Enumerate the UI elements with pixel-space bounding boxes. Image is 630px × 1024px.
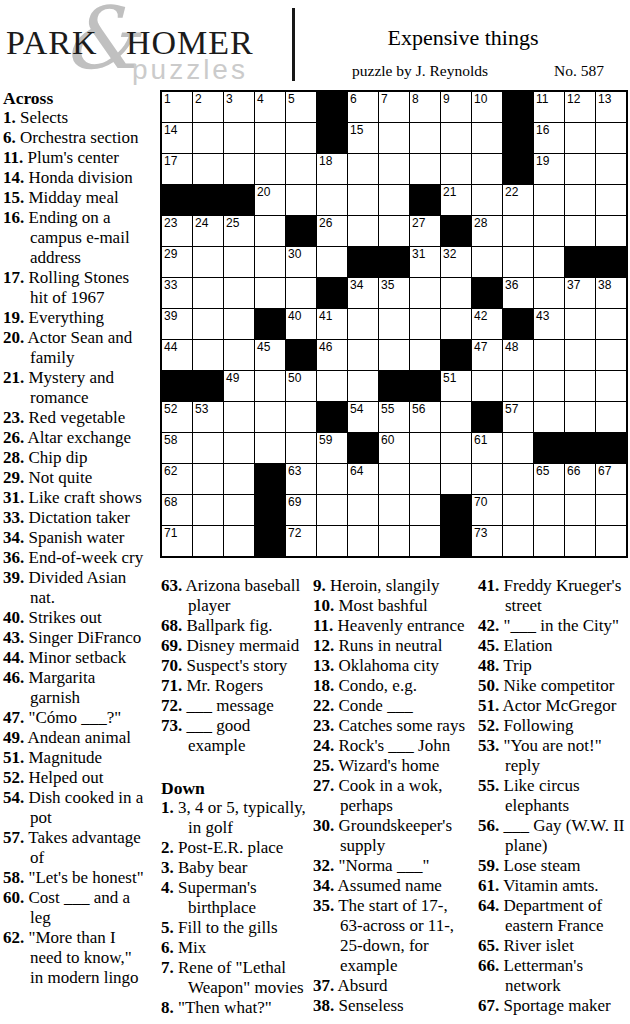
grid-cell-r5c8[interactable]: [379, 216, 409, 246]
grid-cell-r7c8[interactable]: 35: [379, 278, 409, 308]
grid-cell-r9c1[interactable]: 44: [162, 340, 192, 370]
grid-cell-r10c3[interactable]: 49: [224, 371, 254, 401]
grid-cell-r13c6[interactable]: [317, 464, 347, 494]
grid-cell-r2c9[interactable]: [410, 123, 440, 153]
grid-cell-r3c2[interactable]: [193, 154, 223, 184]
clue-across-46: 46. Margarita garnish: [3, 668, 146, 708]
grid-cell-r7c13[interactable]: [534, 278, 564, 308]
grid-cell-r8c7[interactable]: [348, 309, 378, 339]
cell-number: 70: [474, 496, 487, 508]
grid-cell-r14c13[interactable]: [534, 495, 564, 525]
grid-cell-r10c10[interactable]: 51: [441, 371, 471, 401]
grid-cell-r9c3[interactable]: [224, 340, 254, 370]
grid-cell-r13c5[interactable]: 63: [286, 464, 316, 494]
grid-cell-r15c13[interactable]: [534, 526, 564, 556]
clue-across-29: 29. Not quite: [3, 468, 146, 488]
clue-across-16: 16. Ending on a campus e-mail address: [3, 208, 146, 268]
grid-cell-r6c1[interactable]: 29: [162, 247, 192, 277]
grid-cell-r10c7[interactable]: [348, 371, 378, 401]
cell-number: 18: [319, 155, 332, 167]
grid-cell-r11c12[interactable]: 57: [503, 402, 533, 432]
clue-across-20: 20. Actor Sean and family: [3, 328, 146, 368]
grid-cell-r14c3[interactable]: [224, 495, 254, 525]
clue-across-72: 72. ___ message: [161, 696, 307, 716]
grid-cell-r7c9[interactable]: [410, 278, 440, 308]
clue-across-23: 23. Red vegetable: [3, 408, 146, 428]
grid-cell-r6c9[interactable]: 31: [410, 247, 440, 277]
grid-cell-r15c5[interactable]: 72: [286, 526, 316, 556]
clue-down-42: 42. "___ in the City": [478, 616, 628, 636]
grid-cell-r12c2[interactable]: [193, 433, 223, 463]
grid-cell-r2c8[interactable]: [379, 123, 409, 153]
black-cell-r4c2: [193, 185, 223, 215]
grid-cell-r10c15[interactable]: [596, 371, 626, 401]
black-cell-r11c11: [472, 402, 502, 432]
grid-cell-r15c2[interactable]: [193, 526, 223, 556]
clue-down-13: 13. Oklahoma city: [313, 656, 469, 676]
grid-cell-r9c13[interactable]: [534, 340, 564, 370]
cell-number: 55: [381, 403, 394, 415]
clue-down-66: 66. Letterman's network: [478, 956, 628, 996]
clue-down-51: 51. Actor McGregor: [478, 696, 628, 716]
grid-cell-r12c12[interactable]: [503, 433, 533, 463]
clue-down-30: 30. Groundskeeper's supply: [313, 816, 469, 856]
grid-cell-r2c1[interactable]: 14: [162, 123, 192, 153]
down-heading: Down: [161, 778, 307, 798]
grid-cell-r12c4[interactable]: [255, 433, 285, 463]
cell-number: 44: [164, 341, 177, 353]
grid-cell-r12c11[interactable]: 61: [472, 433, 502, 463]
grid-cell-r8c6[interactable]: 41: [317, 309, 347, 339]
cell-number: 48: [505, 341, 518, 353]
black-cell-r8c4: [255, 309, 285, 339]
grid-cell-r15c15[interactable]: [596, 526, 626, 556]
grid-cell-r3c11[interactable]: [472, 154, 502, 184]
grid-cell-r7c5[interactable]: [286, 278, 316, 308]
grid-cell-r9c6[interactable]: 46: [317, 340, 347, 370]
grid-cell-r14c9[interactable]: [410, 495, 440, 525]
grid-cell-r5c12[interactable]: [503, 216, 533, 246]
grid-cell-r6c10[interactable]: 32: [441, 247, 471, 277]
grid-cell-r11c4[interactable]: [255, 402, 285, 432]
black-cell-r9c10: [441, 340, 471, 370]
grid-cell-r8c13[interactable]: 43: [534, 309, 564, 339]
grid-cell-r9c11[interactable]: 47: [472, 340, 502, 370]
grid-cell-r5c1[interactable]: 23: [162, 216, 192, 246]
grid-cell-r1c5[interactable]: 5: [286, 92, 316, 122]
grid-cell-r5c9[interactable]: 27: [410, 216, 440, 246]
grid-cell-r5c15[interactable]: [596, 216, 626, 246]
grid-cell-r2c7[interactable]: 15: [348, 123, 378, 153]
grid-cell-r8c8[interactable]: [379, 309, 409, 339]
grid-cell-r6c6[interactable]: [317, 247, 347, 277]
grid-cell-r1c1[interactable]: 1: [162, 92, 192, 122]
grid-cell-r11c3[interactable]: [224, 402, 254, 432]
grid-cell-r13c12[interactable]: [503, 464, 533, 494]
grid-cell-r8c14[interactable]: [565, 309, 595, 339]
cell-number: 58: [164, 434, 177, 446]
cell-number: 1: [164, 93, 171, 105]
clue-across-40: 40. Strikes out: [3, 608, 146, 628]
grid-cell-r13c7[interactable]: 64: [348, 464, 378, 494]
black-cell-r10c8: [379, 371, 409, 401]
cell-number: 72: [288, 527, 301, 539]
black-cell-r12c7: [348, 433, 378, 463]
cell-number: 4: [257, 93, 264, 105]
grid-cell-r1c13[interactable]: 11: [534, 92, 564, 122]
black-cell-r4c9: [410, 185, 440, 215]
cell-number: 9: [443, 93, 450, 105]
grid-cell-r13c3[interactable]: [224, 464, 254, 494]
black-cell-r8c12: [503, 309, 533, 339]
grid-cell-r8c1[interactable]: 39: [162, 309, 192, 339]
clue-across-57: 57. Takes advantage of: [3, 828, 146, 868]
grid-cell-r12c10[interactable]: [441, 433, 471, 463]
grid-cell-r7c10[interactable]: [441, 278, 471, 308]
grid-cell-r2c3[interactable]: [224, 123, 254, 153]
grid-cell-r2c11[interactable]: [472, 123, 502, 153]
grid-cell-r9c4[interactable]: 45: [255, 340, 285, 370]
across-clues-column: Across1. Selects6. Orchestra section11. …: [3, 88, 146, 988]
black-cell-r12c14: [565, 433, 595, 463]
grid-cell-r15c11[interactable]: 73: [472, 526, 502, 556]
black-cell-r3c12: [503, 154, 533, 184]
grid-cell-r11c8[interactable]: 55: [379, 402, 409, 432]
grid-cell-r9c12[interactable]: 48: [503, 340, 533, 370]
clue-down-65: 65. River islet: [478, 936, 628, 956]
grid-cell-r11c15[interactable]: [596, 402, 626, 432]
cell-number: 28: [474, 217, 487, 229]
black-cell-r6c15: [596, 247, 626, 277]
grid-cell-r13c8[interactable]: [379, 464, 409, 494]
cell-number: 51: [443, 372, 456, 384]
grid-cell-r3c4[interactable]: [255, 154, 285, 184]
grid-cell-r13c15[interactable]: 67: [596, 464, 626, 494]
cell-number: 8: [412, 93, 419, 105]
black-cell-r12c15: [596, 433, 626, 463]
clue-down-4: 4. Superman's birthplace: [161, 878, 307, 918]
grid-cell-r7c3[interactable]: [224, 278, 254, 308]
grid-cell-r14c5[interactable]: 69: [286, 495, 316, 525]
grid-cell-r3c10[interactable]: [441, 154, 471, 184]
clue-across-71: 71. Mr. Rogers: [161, 676, 307, 696]
grid-cell-r15c14[interactable]: [565, 526, 595, 556]
grid-cell-r14c11[interactable]: 70: [472, 495, 502, 525]
grid-cell-r6c13[interactable]: [534, 247, 564, 277]
cell-number: 33: [164, 279, 177, 291]
grid-cell-r15c9[interactable]: [410, 526, 440, 556]
clue-across-54: 54. Dish cooked in a pot: [3, 788, 146, 828]
clue-down-10: 10. Most bashful: [313, 596, 469, 616]
clue-down-11: 11. Heavenly entrance: [313, 616, 469, 636]
cell-number: 38: [598, 279, 611, 291]
clue-across-33: 33. Dictation taker: [3, 508, 146, 528]
cell-number: 73: [474, 527, 487, 539]
cell-number: 39: [164, 310, 177, 322]
grid-cell-r10c4[interactable]: [255, 371, 285, 401]
cell-number: 71: [164, 527, 177, 539]
grid-cell-r1c7[interactable]: 6: [348, 92, 378, 122]
grid-cell-r3c13[interactable]: 19: [534, 154, 564, 184]
grid-cell-r12c8[interactable]: 60: [379, 433, 409, 463]
black-cell-r9c5: [286, 340, 316, 370]
header-divider: [292, 8, 295, 81]
grid-cell-r3c14[interactable]: [565, 154, 595, 184]
grid-cell-r14c7[interactable]: [348, 495, 378, 525]
grid-cell-r9c7[interactable]: [348, 340, 378, 370]
grid-cell-r4c11[interactable]: [472, 185, 502, 215]
clue-across-6: 6. Orchestra section: [3, 128, 146, 148]
grid-cell-r14c8[interactable]: [379, 495, 409, 525]
grid-cell-r13c11[interactable]: [472, 464, 502, 494]
grid-cell-r3c9[interactable]: [410, 154, 440, 184]
grid-cell-r2c10[interactable]: [441, 123, 471, 153]
clue-down-52: 52. Following: [478, 716, 628, 736]
grid-cell-r8c2[interactable]: [193, 309, 223, 339]
grid-cell-r13c1[interactable]: 62: [162, 464, 192, 494]
clue-down-67: 67. Sportage maker: [478, 996, 628, 1016]
cell-number: 24: [195, 217, 208, 229]
grid-cell-r14c12[interactable]: [503, 495, 533, 525]
grid-cell-r10c11[interactable]: [472, 371, 502, 401]
grid-cell-r9c14[interactable]: [565, 340, 595, 370]
grid-cell-r5c3[interactable]: 25: [224, 216, 254, 246]
grid-cell-r7c14[interactable]: 37: [565, 278, 595, 308]
clue-down-18: 18. Condo, e.g.: [313, 676, 469, 696]
grid-cell-r10c12[interactable]: [503, 371, 533, 401]
grid-cell-r6c11[interactable]: [472, 247, 502, 277]
grid-cell-r11c14[interactable]: [565, 402, 595, 432]
grid-cell-r7c4[interactable]: [255, 278, 285, 308]
grid-cell-r8c5[interactable]: 40: [286, 309, 316, 339]
grid-cell-r7c2[interactable]: [193, 278, 223, 308]
grid-cell-r5c6[interactable]: 26: [317, 216, 347, 246]
grid-cell-r1c11[interactable]: 10: [472, 92, 502, 122]
grid-cell-r3c15[interactable]: [596, 154, 626, 184]
clue-down-41: 41. Freddy Krueger's street: [478, 576, 628, 616]
grid-cell-r10c6[interactable]: [317, 371, 347, 401]
grid-cell-r6c4[interactable]: [255, 247, 285, 277]
grid-cell-r1c8[interactable]: 7: [379, 92, 409, 122]
grid-cell-r6c5[interactable]: 30: [286, 247, 316, 277]
grid-cell-r7c12[interactable]: 36: [503, 278, 533, 308]
grid-cell-r9c9[interactable]: [410, 340, 440, 370]
clue-down-37: 37. Absurd: [313, 976, 469, 996]
cell-number: 3: [226, 93, 233, 105]
black-cell-r7c6: [317, 278, 347, 308]
clue-down-22: 22. Conde ___: [313, 696, 469, 716]
grid-cell-r4c8[interactable]: [379, 185, 409, 215]
grid-cell-r1c3[interactable]: 3: [224, 92, 254, 122]
grid-cell-r13c10[interactable]: [441, 464, 471, 494]
grid-cell-r11c13[interactable]: [534, 402, 564, 432]
grid-cell-r5c13[interactable]: [534, 216, 564, 246]
cell-number: 66: [567, 465, 580, 477]
black-cell-r14c10: [441, 495, 471, 525]
clues-column-2: 63. Arizona baseball player68. Ballpark …: [161, 576, 307, 1018]
grid-cell-r13c9[interactable]: [410, 464, 440, 494]
clue-down-35: 35. The start of 17-, 63-across or 11-, …: [313, 896, 469, 976]
grid-cell-r11c2[interactable]: 53: [193, 402, 223, 432]
grid-cell-r11c1[interactable]: 52: [162, 402, 192, 432]
clue-across-70: 70. Suspect's story: [161, 656, 307, 676]
grid-cell-r12c9[interactable]: [410, 433, 440, 463]
grid-cell-r9c8[interactable]: [379, 340, 409, 370]
grid-cell-r4c14[interactable]: [565, 185, 595, 215]
brand-park-text: PARK: [6, 24, 98, 62]
title-block: Expensive things puzzle by J. Reynolds N…: [296, 0, 630, 88]
grid-cell-r14c15[interactable]: [596, 495, 626, 525]
grid-cell-r4c13[interactable]: [534, 185, 564, 215]
cell-number: 14: [164, 124, 177, 136]
grid-cell-r10c14[interactable]: [565, 371, 595, 401]
black-cell-r11c6: [317, 402, 347, 432]
grid-cell-r2c14[interactable]: [565, 123, 595, 153]
grid-cell-r5c7[interactable]: [348, 216, 378, 246]
grid-cell-r11c9[interactable]: 56: [410, 402, 440, 432]
grid-cell-r2c2[interactable]: [193, 123, 223, 153]
cell-number: 20: [257, 186, 270, 198]
grid-cell-r2c5[interactable]: [286, 123, 316, 153]
grid-cell-r9c15[interactable]: [596, 340, 626, 370]
grid-cell-r11c10[interactable]: [441, 402, 471, 432]
clue-across-39: 39. Divided Asian nat.: [3, 568, 146, 608]
clue-across-31: 31. Like craft shows: [3, 488, 146, 508]
grid-cell-r12c1[interactable]: 58: [162, 433, 192, 463]
grid-cell-r5c4[interactable]: [255, 216, 285, 246]
grid-cell-r5c2[interactable]: 24: [193, 216, 223, 246]
grid-cell-r13c13[interactable]: 65: [534, 464, 564, 494]
grid-cell-r6c2[interactable]: [193, 247, 223, 277]
grid-cell-r14c6[interactable]: [317, 495, 347, 525]
grid-cell-r12c3[interactable]: [224, 433, 254, 463]
cell-number: 69: [288, 496, 301, 508]
grid-cell-r12c5[interactable]: [286, 433, 316, 463]
grid-cell-r1c4[interactable]: 4: [255, 92, 285, 122]
grid-cell-r4c7[interactable]: [348, 185, 378, 215]
grid-cell-r15c8[interactable]: [379, 526, 409, 556]
grid-cell-r3c5[interactable]: [286, 154, 316, 184]
grid-cell-r1c2[interactable]: 2: [193, 92, 223, 122]
cell-number: 47: [474, 341, 487, 353]
grid-cell-r10c13[interactable]: [534, 371, 564, 401]
grid-cell-r15c3[interactable]: [224, 526, 254, 556]
grid-cell-r3c8[interactable]: [379, 154, 409, 184]
grid-cell-r6c3[interactable]: [224, 247, 254, 277]
grid-cell-r11c5[interactable]: [286, 402, 316, 432]
clue-down-12: 12. Runs in neutral: [313, 636, 469, 656]
grid-cell-r14c14[interactable]: [565, 495, 595, 525]
grid-cell-r12c6[interactable]: 59: [317, 433, 347, 463]
black-cell-r2c6: [317, 123, 347, 153]
grid-cell-r8c15[interactable]: [596, 309, 626, 339]
clue-across-73: 73. ___ good example: [161, 716, 307, 756]
grid-cell-r11c7[interactable]: 54: [348, 402, 378, 432]
grid-cell-r4c4[interactable]: 20: [255, 185, 285, 215]
grid-cell-r2c4[interactable]: [255, 123, 285, 153]
cell-number: 56: [412, 403, 425, 415]
cell-number: 61: [474, 434, 487, 446]
black-cell-r13c4: [255, 464, 285, 494]
clue-across-34: 34. Spanish water: [3, 528, 146, 548]
grid-cell-r14c1[interactable]: 68: [162, 495, 192, 525]
grid-cell-r7c1[interactable]: 33: [162, 278, 192, 308]
grid-cell-r10c5[interactable]: 50: [286, 371, 316, 401]
grid-cell-r15c12[interactable]: [503, 526, 533, 556]
grid-cell-r3c7[interactable]: [348, 154, 378, 184]
grid-cell-r15c7[interactable]: [348, 526, 378, 556]
clue-down-25: 25. Wizard's home: [313, 756, 469, 776]
cell-number: 60: [381, 434, 394, 446]
grid-cell-r1c15[interactable]: 13: [596, 92, 626, 122]
cell-number: 22: [505, 186, 518, 198]
grid-cell-r5c11[interactable]: 28: [472, 216, 502, 246]
clue-across-1: 1. Selects: [3, 108, 146, 128]
grid-cell-r8c10[interactable]: [441, 309, 471, 339]
black-cell-r5c5: [286, 216, 316, 246]
clue-down-64: 64. Department of eastern France: [478, 896, 628, 936]
black-cell-r6c14: [565, 247, 595, 277]
grid-cell-r3c6[interactable]: 18: [317, 154, 347, 184]
grid-cell-r8c11[interactable]: 42: [472, 309, 502, 339]
black-cell-r4c3: [224, 185, 254, 215]
clue-across-17: 17. Rolling Stones hit of 1967: [3, 268, 146, 308]
grid-cell-r15c1[interactable]: 71: [162, 526, 192, 556]
grid-cell-r3c1[interactable]: 17: [162, 154, 192, 184]
clue-down-61: 61. Vitamin amts.: [478, 876, 628, 896]
grid-cell-r9c2[interactable]: [193, 340, 223, 370]
grid-cell-r4c12[interactable]: 22: [503, 185, 533, 215]
grid-cell-r4c6[interactable]: [317, 185, 347, 215]
clue-across-51: 51. Magnitude: [3, 748, 146, 768]
grid-cell-r15c6[interactable]: [317, 526, 347, 556]
grid-cell-r14c2[interactable]: [193, 495, 223, 525]
clue-down-8: 8. "Then what?": [161, 998, 307, 1018]
grid-cell-r1c14[interactable]: 12: [565, 92, 595, 122]
grid-cell-r1c10[interactable]: 9: [441, 92, 471, 122]
grid-cell-r13c14[interactable]: 66: [565, 464, 595, 494]
grid-cell-r13c2[interactable]: [193, 464, 223, 494]
cell-number: 37: [567, 279, 580, 291]
grid-cell-r7c15[interactable]: 38: [596, 278, 626, 308]
clue-down-55: 55. Like circus elephants: [478, 776, 628, 816]
grid-cell-r2c15[interactable]: [596, 123, 626, 153]
grid-cell-r3c3[interactable]: [224, 154, 254, 184]
grid-cell-r5c14[interactable]: [565, 216, 595, 246]
clue-across-69: 69. Disney mermaid: [161, 636, 307, 656]
clue-down-23: 23. Catches some rays: [313, 716, 469, 736]
clue-down-5: 5. Fill to the gills: [161, 918, 307, 938]
grid-cell-r4c15[interactable]: [596, 185, 626, 215]
grid-cell-r8c3[interactable]: [224, 309, 254, 339]
grid-cell-r8c9[interactable]: [410, 309, 440, 339]
grid-cell-r4c5[interactable]: [286, 185, 316, 215]
cell-number: 25: [226, 217, 239, 229]
clue-across-28: 28. Chip dip: [3, 448, 146, 468]
grid-cell-r4c10[interactable]: 21: [441, 185, 471, 215]
cell-number: 27: [412, 217, 425, 229]
grid-cell-r7c7[interactable]: 34: [348, 278, 378, 308]
grid-cell-r1c9[interactable]: 8: [410, 92, 440, 122]
brand-puzzles-text: puzzles: [132, 54, 248, 86]
black-cell-r6c8: [379, 247, 409, 277]
cell-number: 6: [350, 93, 357, 105]
clue-across-15: 15. Midday meal: [3, 188, 146, 208]
cell-number: 23: [164, 217, 177, 229]
clue-across-44: 44. Minor setback: [3, 648, 146, 668]
grid-cell-r2c13[interactable]: 16: [534, 123, 564, 153]
grid-cell-r6c12[interactable]: [503, 247, 533, 277]
